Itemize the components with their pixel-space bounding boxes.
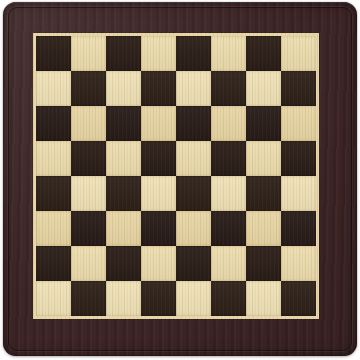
- square-c1: [106, 281, 141, 316]
- square-f4: [211, 176, 246, 211]
- square-f1: [211, 281, 246, 316]
- square-h6: [281, 106, 316, 141]
- product-photo-scene: [0, 0, 360, 360]
- square-a1: [36, 281, 71, 316]
- square-f6: [211, 106, 246, 141]
- maple-inlay-border: [33, 33, 319, 319]
- square-a5: [36, 141, 71, 176]
- square-a2: [36, 246, 71, 281]
- square-g5: [246, 141, 281, 176]
- square-c6: [106, 106, 141, 141]
- square-f3: [211, 211, 246, 246]
- playing-field-grid: [36, 36, 316, 316]
- chessboard: [3, 2, 357, 356]
- square-f8: [211, 36, 246, 71]
- square-e5: [176, 141, 211, 176]
- square-f7: [211, 71, 246, 106]
- square-g1: [246, 281, 281, 316]
- square-a4: [36, 176, 71, 211]
- square-c4: [106, 176, 141, 211]
- square-h2: [281, 246, 316, 281]
- square-h1: [281, 281, 316, 316]
- square-d7: [141, 71, 176, 106]
- square-b2: [71, 246, 106, 281]
- square-h3: [281, 211, 316, 246]
- square-h8: [281, 36, 316, 71]
- square-c3: [106, 211, 141, 246]
- square-e4: [176, 176, 211, 211]
- square-d1: [141, 281, 176, 316]
- square-e3: [176, 211, 211, 246]
- square-c8: [106, 36, 141, 71]
- square-d3: [141, 211, 176, 246]
- square-g4: [246, 176, 281, 211]
- square-e1: [176, 281, 211, 316]
- square-g3: [246, 211, 281, 246]
- square-a6: [36, 106, 71, 141]
- square-d8: [141, 36, 176, 71]
- square-h5: [281, 141, 316, 176]
- square-g6: [246, 106, 281, 141]
- square-b4: [71, 176, 106, 211]
- square-e2: [176, 246, 211, 281]
- square-b7: [71, 71, 106, 106]
- square-f2: [211, 246, 246, 281]
- square-g7: [246, 71, 281, 106]
- square-g8: [246, 36, 281, 71]
- square-e6: [176, 106, 211, 141]
- square-e7: [176, 71, 211, 106]
- square-b3: [71, 211, 106, 246]
- square-b6: [71, 106, 106, 141]
- square-g2: [246, 246, 281, 281]
- square-b5: [71, 141, 106, 176]
- square-c7: [106, 71, 141, 106]
- square-a8: [36, 36, 71, 71]
- square-e8: [176, 36, 211, 71]
- square-c2: [106, 246, 141, 281]
- square-h4: [281, 176, 316, 211]
- square-d2: [141, 246, 176, 281]
- square-b8: [71, 36, 106, 71]
- square-d4: [141, 176, 176, 211]
- square-c5: [106, 141, 141, 176]
- square-d6: [141, 106, 176, 141]
- square-f5: [211, 141, 246, 176]
- square-a3: [36, 211, 71, 246]
- square-a7: [36, 71, 71, 106]
- square-h7: [281, 71, 316, 106]
- square-b1: [71, 281, 106, 316]
- square-d5: [141, 141, 176, 176]
